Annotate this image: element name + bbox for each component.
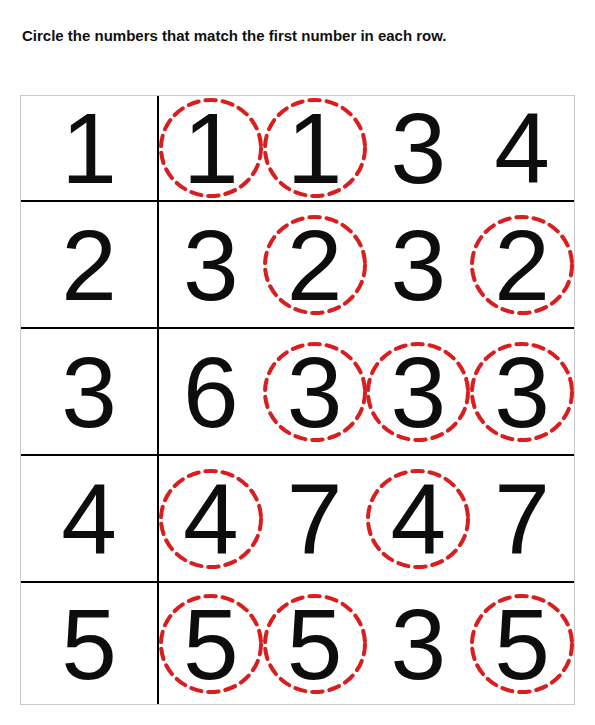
number-slot[interactable]: 3 <box>367 202 471 327</box>
target-number: 1 <box>61 98 117 198</box>
answer-number: 3 <box>391 98 447 198</box>
worksheet-grid: 1113423232363334474755535 <box>20 95 575 705</box>
number-slot[interactable]: 5 <box>470 583 574 704</box>
answer-number: 3 <box>391 215 447 315</box>
target-number: 5 <box>61 594 117 694</box>
number-slot[interactable]: 4 <box>470 96 574 200</box>
numbers-cell: 1134 <box>157 96 574 200</box>
number-slot[interactable]: 3 <box>470 329 574 454</box>
numbers-cell: 4747 <box>157 456 574 581</box>
answer-number: 5 <box>287 594 343 694</box>
answer-number: 3 <box>391 594 447 694</box>
answer-number: 4 <box>391 469 447 569</box>
answer-number: 4 <box>183 469 239 569</box>
grid-row: 55535 <box>21 581 574 704</box>
numbers-cell: 6333 <box>157 329 574 454</box>
target-number: 2 <box>61 215 117 315</box>
target-cell: 1 <box>21 96 157 200</box>
numbers-cell: 5535 <box>157 583 574 704</box>
answer-number: 3 <box>494 342 550 442</box>
number-slot[interactable]: 3 <box>263 329 367 454</box>
answer-number: 2 <box>494 215 550 315</box>
number-slot[interactable]: 7 <box>263 456 367 581</box>
numbers-cell: 3232 <box>157 202 574 327</box>
worksheet-page: { "game": "number-matching worksheet (ci… <box>0 0 595 725</box>
target-cell: 3 <box>21 329 157 454</box>
answer-number: 3 <box>183 215 239 315</box>
number-slot[interactable]: 4 <box>367 456 471 581</box>
answer-number: 5 <box>183 594 239 694</box>
answer-number: 7 <box>287 469 343 569</box>
number-slot[interactable]: 6 <box>159 329 263 454</box>
grid-row: 44747 <box>21 454 574 581</box>
target-number: 3 <box>61 342 117 442</box>
grid-row: 36333 <box>21 327 574 454</box>
answer-number: 3 <box>391 342 447 442</box>
number-slot[interactable]: 2 <box>470 202 574 327</box>
target-cell: 2 <box>21 202 157 327</box>
number-slot[interactable]: 5 <box>263 583 367 704</box>
number-slot[interactable]: 2 <box>263 202 367 327</box>
target-cell: 5 <box>21 583 157 704</box>
grid-row: 23232 <box>21 200 574 327</box>
answer-number: 3 <box>287 342 343 442</box>
answer-number: 4 <box>494 98 550 198</box>
number-slot[interactable]: 3 <box>367 583 471 704</box>
number-slot[interactable]: 3 <box>367 329 471 454</box>
number-slot[interactable]: 3 <box>159 202 263 327</box>
number-slot[interactable]: 5 <box>159 583 263 704</box>
number-slot[interactable]: 1 <box>263 96 367 200</box>
answer-number: 5 <box>494 594 550 694</box>
number-slot[interactable]: 4 <box>159 456 263 581</box>
target-cell: 4 <box>21 456 157 581</box>
answer-number: 7 <box>494 469 550 569</box>
answer-number: 1 <box>287 98 343 198</box>
target-number: 4 <box>61 469 117 569</box>
number-slot[interactable]: 1 <box>159 96 263 200</box>
answer-number: 1 <box>183 98 239 198</box>
answer-number: 6 <box>183 342 239 442</box>
number-slot[interactable]: 7 <box>470 456 574 581</box>
worksheet-title: Circle the numbers that match the first … <box>22 27 447 44</box>
answer-number: 2 <box>287 215 343 315</box>
grid-row: 11134 <box>21 96 574 200</box>
number-slot[interactable]: 3 <box>367 96 471 200</box>
